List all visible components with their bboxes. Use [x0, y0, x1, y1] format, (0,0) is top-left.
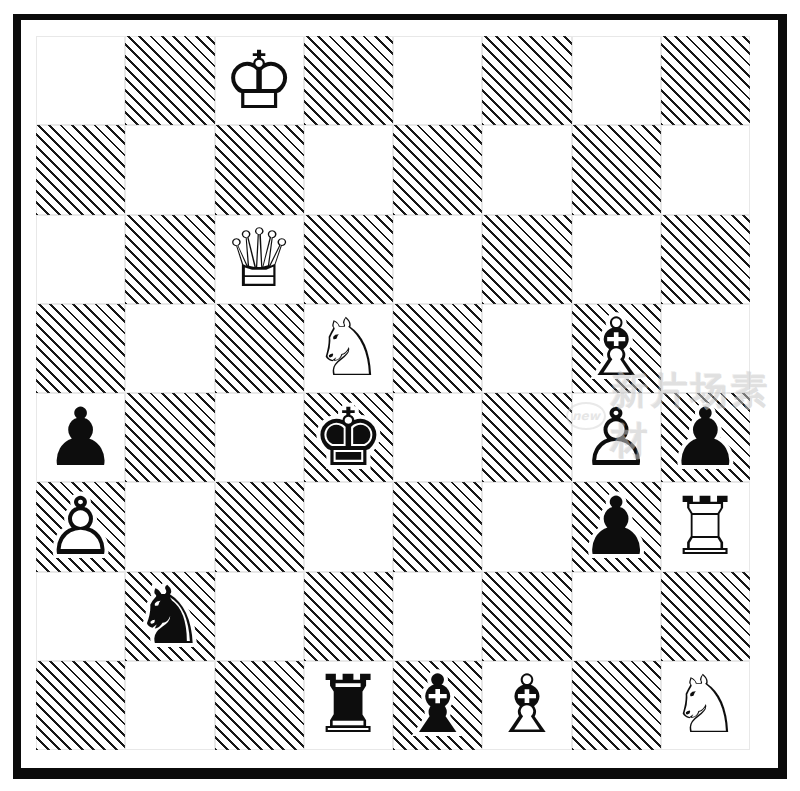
square-a4: ♟♟ — [36, 393, 125, 482]
piece-glyph: ♜ — [304, 661, 393, 750]
square-e4 — [393, 393, 482, 482]
white-king-c8: ♚♔ — [215, 36, 304, 125]
piece-glyph: ♟ — [572, 482, 661, 571]
square-e6 — [393, 215, 482, 304]
square-d1: ♜♜ — [304, 661, 393, 750]
black-pawn-g3: ♟♟ — [572, 482, 661, 571]
square-h5 — [661, 304, 750, 393]
square-f5 — [482, 304, 571, 393]
square-c5 — [215, 304, 304, 393]
piece-glyph: ♝ — [393, 661, 482, 750]
square-e1: ♝♝ — [393, 661, 482, 750]
square-a3: ♟♙ — [36, 482, 125, 571]
square-c4 — [215, 393, 304, 482]
piece-glyph: ♟ — [661, 393, 750, 482]
square-g4: ♟♙ — [572, 393, 661, 482]
square-d2 — [304, 572, 393, 661]
white-bishop-f1: ♝♗ — [482, 661, 571, 750]
square-b3 — [125, 482, 214, 571]
white-rook-h3: ♜♖ — [661, 482, 750, 571]
board-frame: ♚♔♛♕♞♘♝♗♟♟♚♚♟♙♟♟♟♙♟♟♜♖♞♞♜♜♝♝♝♗♞♘ — [13, 14, 787, 779]
square-b7 — [125, 125, 214, 214]
black-pawn-a4: ♟♟ — [36, 393, 125, 482]
square-h4: ♟♟ — [661, 393, 750, 482]
square-b5 — [125, 304, 214, 393]
square-c3 — [215, 482, 304, 571]
square-f8 — [482, 36, 571, 125]
white-queen-c6: ♛♕ — [215, 215, 304, 304]
square-d8 — [304, 36, 393, 125]
square-e2 — [393, 572, 482, 661]
black-bishop-e1: ♝♝ — [393, 661, 482, 750]
square-d3 — [304, 482, 393, 571]
black-knight-b2: ♞♞ — [125, 572, 214, 661]
piece-glyph: ♖ — [661, 482, 750, 571]
piece-glyph: ♕ — [215, 215, 304, 304]
square-b8 — [125, 36, 214, 125]
square-b6 — [125, 215, 214, 304]
square-b2: ♞♞ — [125, 572, 214, 661]
square-c2 — [215, 572, 304, 661]
piece-glyph: ♔ — [215, 36, 304, 125]
square-e7 — [393, 125, 482, 214]
square-d7 — [304, 125, 393, 214]
white-bishop-g5: ♝♗ — [572, 304, 661, 393]
square-d4: ♚♚ — [304, 393, 393, 482]
square-f1: ♝♗ — [482, 661, 571, 750]
piece-glyph: ♚ — [304, 393, 393, 482]
piece-glyph: ♗ — [482, 661, 571, 750]
black-pawn-h4: ♟♟ — [661, 393, 750, 482]
square-h2 — [661, 572, 750, 661]
piece-glyph: ♟ — [36, 393, 125, 482]
black-rook-d1: ♜♜ — [304, 661, 393, 750]
square-a8 — [36, 36, 125, 125]
square-a1 — [36, 661, 125, 750]
square-a2 — [36, 572, 125, 661]
square-h7 — [661, 125, 750, 214]
piece-glyph: ♘ — [304, 304, 393, 393]
piece-glyph: ♞ — [125, 572, 214, 661]
square-h1: ♞♘ — [661, 661, 750, 750]
white-pawn-g4: ♟♙ — [572, 393, 661, 482]
square-g7 — [572, 125, 661, 214]
square-c7 — [215, 125, 304, 214]
square-a6 — [36, 215, 125, 304]
square-g1 — [572, 661, 661, 750]
piece-glyph: ♗ — [572, 304, 661, 393]
square-c8: ♚♔ — [215, 36, 304, 125]
square-f4 — [482, 393, 571, 482]
square-f2 — [482, 572, 571, 661]
square-f7 — [482, 125, 571, 214]
square-g3: ♟♟ — [572, 482, 661, 571]
square-g6 — [572, 215, 661, 304]
square-f3 — [482, 482, 571, 571]
square-c1 — [215, 661, 304, 750]
square-e5 — [393, 304, 482, 393]
square-a7 — [36, 125, 125, 214]
square-h8 — [661, 36, 750, 125]
square-h6 — [661, 215, 750, 304]
square-g5: ♝♗ — [572, 304, 661, 393]
white-pawn-a3: ♟♙ — [36, 482, 125, 571]
chess-board: ♚♔♛♕♞♘♝♗♟♟♚♚♟♙♟♟♟♙♟♟♜♖♞♞♜♜♝♝♝♗♞♘ — [36, 36, 750, 750]
white-knight-h1: ♞♘ — [661, 661, 750, 750]
square-f6 — [482, 215, 571, 304]
square-e8 — [393, 36, 482, 125]
square-b1 — [125, 661, 214, 750]
piece-glyph: ♙ — [572, 393, 661, 482]
square-a5 — [36, 304, 125, 393]
white-knight-d5: ♞♘ — [304, 304, 393, 393]
square-h3: ♜♖ — [661, 482, 750, 571]
square-c6: ♛♕ — [215, 215, 304, 304]
square-b4 — [125, 393, 214, 482]
square-d5: ♞♘ — [304, 304, 393, 393]
black-king-d4: ♚♚ — [304, 393, 393, 482]
piece-glyph: ♙ — [36, 482, 125, 571]
square-g8 — [572, 36, 661, 125]
square-d6 — [304, 215, 393, 304]
square-e3 — [393, 482, 482, 571]
piece-glyph: ♘ — [661, 661, 750, 750]
square-g2 — [572, 572, 661, 661]
